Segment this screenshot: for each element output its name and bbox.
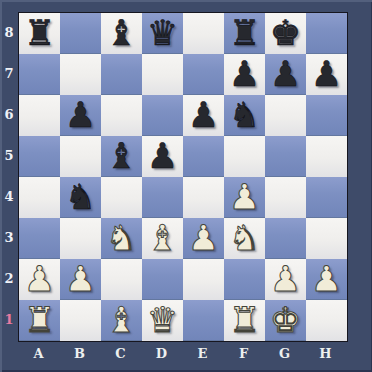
- square-b3[interactable]: [60, 218, 101, 259]
- file-label-g: G: [264, 344, 305, 364]
- rank-label-5: 5: [0, 135, 18, 176]
- square-c5[interactable]: ♝: [101, 136, 142, 177]
- square-f4[interactable]: ♟: [224, 177, 265, 218]
- square-a7[interactable]: [19, 54, 60, 95]
- square-f3[interactable]: ♞: [224, 218, 265, 259]
- file-label-a: A: [18, 344, 59, 364]
- square-c3[interactable]: ♞: [101, 218, 142, 259]
- square-e3[interactable]: ♟: [183, 218, 224, 259]
- square-f2[interactable]: [224, 259, 265, 300]
- square-d3[interactable]: ♝: [142, 218, 183, 259]
- black-pawn-e6[interactable]: ♟: [183, 94, 224, 135]
- chess-board: ♜♝♛♜♚♟♟♟♟♟♞♝♟♞♟♞♝♟♞♟♟♟♟♜♝♛♜♚: [18, 12, 348, 342]
- square-h3[interactable]: [306, 218, 347, 259]
- square-f6[interactable]: ♞: [224, 95, 265, 136]
- square-g7[interactable]: ♟: [265, 54, 306, 95]
- square-d5[interactable]: ♟: [142, 136, 183, 177]
- square-b1[interactable]: [60, 300, 101, 341]
- file-label-c: C: [100, 344, 141, 364]
- square-c4[interactable]: [101, 177, 142, 218]
- square-g8[interactable]: ♚: [265, 13, 306, 54]
- black-knight-f6[interactable]: ♞: [224, 94, 265, 135]
- square-a5[interactable]: [19, 136, 60, 177]
- square-d6[interactable]: [142, 95, 183, 136]
- white-bishop-c1[interactable]: ♝: [101, 299, 142, 340]
- square-a1[interactable]: ♜: [19, 300, 60, 341]
- square-a3[interactable]: [19, 218, 60, 259]
- rank-label-7: 7: [0, 53, 18, 94]
- white-pawn-h2[interactable]: ♟: [306, 258, 347, 299]
- square-h7[interactable]: ♟: [306, 54, 347, 95]
- square-a6[interactable]: [19, 95, 60, 136]
- square-e2[interactable]: [183, 259, 224, 300]
- square-c7[interactable]: [101, 54, 142, 95]
- square-b4[interactable]: ♞: [60, 177, 101, 218]
- rank-label-8: 8: [0, 12, 18, 53]
- square-a8[interactable]: ♜: [19, 13, 60, 54]
- square-d8[interactable]: ♛: [142, 13, 183, 54]
- square-g3[interactable]: [265, 218, 306, 259]
- black-bishop-c8[interactable]: ♝: [101, 12, 142, 53]
- rank-label-6: 6: [0, 94, 18, 135]
- square-h6[interactable]: [306, 95, 347, 136]
- white-rook-a1[interactable]: ♜: [19, 299, 60, 340]
- square-f7[interactable]: ♟: [224, 54, 265, 95]
- square-g2[interactable]: ♟: [265, 259, 306, 300]
- file-label-f: F: [223, 344, 264, 364]
- square-c6[interactable]: [101, 95, 142, 136]
- square-d4[interactable]: [142, 177, 183, 218]
- square-a2[interactable]: ♟: [19, 259, 60, 300]
- square-g1[interactable]: ♚: [265, 300, 306, 341]
- square-a4[interactable]: [19, 177, 60, 218]
- black-pawn-d5[interactable]: ♟: [142, 135, 183, 176]
- square-f1[interactable]: ♜: [224, 300, 265, 341]
- white-knight-f3[interactable]: ♞: [224, 217, 265, 258]
- chess-diagram-frame: ♜♝♛♜♚♟♟♟♟♟♞♝♟♞♟♞♝♟♞♟♟♟♟♜♝♛♜♚ 87654321 AB…: [0, 0, 372, 372]
- file-label-b: B: [59, 344, 100, 364]
- square-b7[interactable]: [60, 54, 101, 95]
- square-e4[interactable]: [183, 177, 224, 218]
- rank-label-4: 4: [0, 176, 18, 217]
- black-pawn-f7[interactable]: ♟: [224, 53, 265, 94]
- square-h1[interactable]: [306, 300, 347, 341]
- white-king-g1[interactable]: ♚: [265, 299, 306, 340]
- white-pawn-e3[interactable]: ♟: [183, 217, 224, 258]
- square-e1[interactable]: [183, 300, 224, 341]
- square-h8[interactable]: [306, 13, 347, 54]
- rank-label-1: 1: [0, 299, 18, 340]
- black-pawn-g7[interactable]: ♟: [265, 53, 306, 94]
- square-b5[interactable]: [60, 136, 101, 177]
- black-king-g8[interactable]: ♚: [265, 12, 306, 53]
- black-pawn-b6[interactable]: ♟: [60, 94, 101, 135]
- white-pawn-f4[interactable]: ♟: [224, 176, 265, 217]
- white-knight-c3[interactable]: ♞: [101, 217, 142, 258]
- square-b6[interactable]: ♟: [60, 95, 101, 136]
- rank-label-2: 2: [0, 258, 18, 299]
- square-d7[interactable]: [142, 54, 183, 95]
- square-e8[interactable]: [183, 13, 224, 54]
- rank-label-3: 3: [0, 217, 18, 258]
- white-pawn-b2[interactable]: ♟: [60, 258, 101, 299]
- square-b2[interactable]: ♟: [60, 259, 101, 300]
- square-e6[interactable]: ♟: [183, 95, 224, 136]
- square-b8[interactable]: [60, 13, 101, 54]
- square-h5[interactable]: [306, 136, 347, 177]
- file-label-h: H: [305, 344, 346, 364]
- white-bishop-d3[interactable]: ♝: [142, 217, 183, 258]
- black-rook-a8[interactable]: ♜: [19, 12, 60, 53]
- square-c1[interactable]: ♝: [101, 300, 142, 341]
- square-d1[interactable]: ♛: [142, 300, 183, 341]
- black-queen-d8[interactable]: ♛: [142, 12, 183, 53]
- square-e5[interactable]: [183, 136, 224, 177]
- black-rook-f8[interactable]: ♜: [224, 12, 265, 53]
- black-bishop-c5[interactable]: ♝: [101, 135, 142, 176]
- square-g6[interactable]: [265, 95, 306, 136]
- white-rook-f1[interactable]: ♜: [224, 299, 265, 340]
- square-g4[interactable]: [265, 177, 306, 218]
- square-f8[interactable]: ♜: [224, 13, 265, 54]
- square-c2[interactable]: [101, 259, 142, 300]
- square-h4[interactable]: [306, 177, 347, 218]
- file-label-d: D: [141, 344, 182, 364]
- white-pawn-a2[interactable]: ♟: [19, 258, 60, 299]
- square-c8[interactable]: ♝: [101, 13, 142, 54]
- square-g5[interactable]: [265, 136, 306, 177]
- black-pawn-h7[interactable]: ♟: [306, 53, 347, 94]
- white-pawn-g2[interactable]: ♟: [265, 258, 306, 299]
- file-label-e: E: [182, 344, 223, 364]
- square-e7[interactable]: [183, 54, 224, 95]
- square-d2[interactable]: [142, 259, 183, 300]
- white-queen-d1[interactable]: ♛: [142, 299, 183, 340]
- black-knight-b4[interactable]: ♞: [60, 176, 101, 217]
- square-h2[interactable]: ♟: [306, 259, 347, 300]
- square-f5[interactable]: [224, 136, 265, 177]
